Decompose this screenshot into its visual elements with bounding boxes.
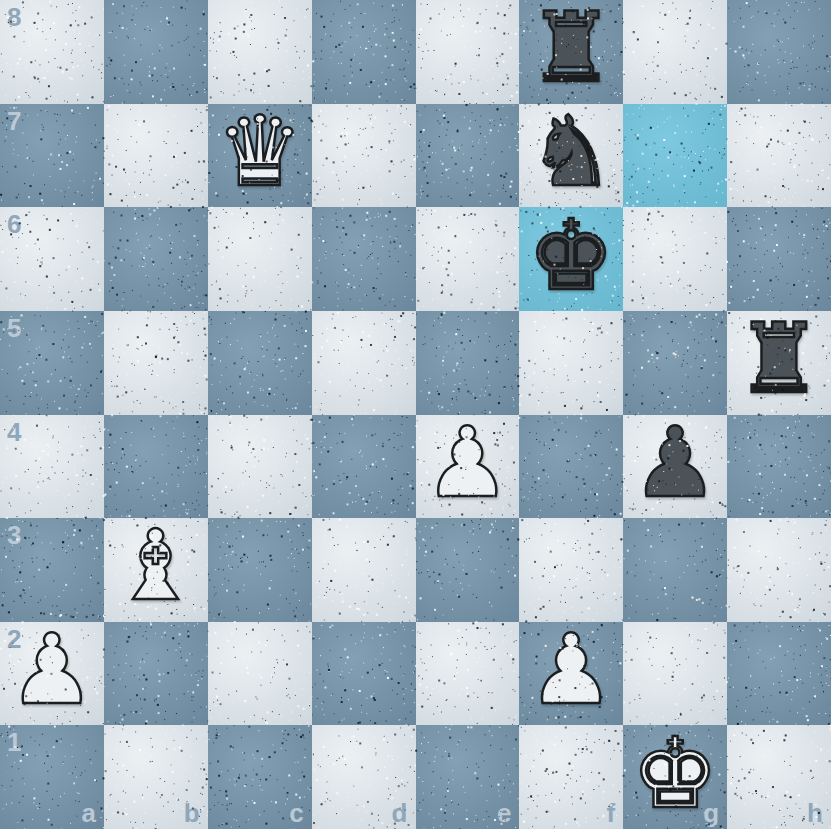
square-g7[interactable] — [623, 104, 727, 208]
rank-label-4: 4 — [7, 419, 21, 445]
square-h5[interactable]: ♜ — [727, 311, 831, 415]
file-label-e: e — [497, 800, 511, 826]
square-a3[interactable]: 3 — [0, 518, 104, 622]
square-b7[interactable] — [104, 104, 208, 208]
square-f3[interactable] — [519, 518, 623, 622]
square-d5[interactable] — [312, 311, 416, 415]
rank-label-2: 2 — [7, 626, 21, 652]
square-c8[interactable] — [208, 0, 312, 104]
file-label-b: b — [184, 800, 200, 826]
file-label-g: g — [703, 800, 719, 826]
square-d6[interactable] — [312, 207, 416, 311]
square-a1[interactable]: 1a — [0, 725, 104, 829]
square-d2[interactable] — [312, 622, 416, 726]
square-b4[interactable] — [104, 415, 208, 519]
square-b5[interactable] — [104, 311, 208, 415]
file-label-d: d — [392, 800, 408, 826]
rank-label-7: 7 — [7, 108, 21, 134]
square-e5[interactable] — [416, 311, 520, 415]
black-rook-piece[interactable]: ♜ — [528, 0, 615, 96]
square-b8[interactable] — [104, 0, 208, 104]
square-g5[interactable] — [623, 311, 727, 415]
file-label-f: f — [607, 800, 616, 826]
square-g6[interactable] — [623, 207, 727, 311]
square-a4[interactable]: 4 — [0, 415, 104, 519]
square-f2[interactable]: ♟ — [519, 622, 623, 726]
square-e1[interactable]: e — [416, 725, 520, 829]
square-a7[interactable]: 7 — [0, 104, 104, 208]
white-queen-piece[interactable]: ♛ — [216, 104, 303, 200]
square-f5[interactable] — [519, 311, 623, 415]
file-label-c: c — [289, 800, 303, 826]
square-g8[interactable] — [623, 0, 727, 104]
black-knight-piece[interactable]: ♞ — [528, 104, 615, 200]
square-e2[interactable] — [416, 622, 520, 726]
square-d1[interactable]: d — [312, 725, 416, 829]
square-a2[interactable]: ♟2 — [0, 622, 104, 726]
square-c4[interactable] — [208, 415, 312, 519]
square-a6[interactable]: 6 — [0, 207, 104, 311]
rank-label-5: 5 — [7, 315, 21, 341]
square-c5[interactable] — [208, 311, 312, 415]
square-h4[interactable] — [727, 415, 831, 519]
square-d4[interactable] — [312, 415, 416, 519]
square-a8[interactable]: 8 — [0, 0, 104, 104]
square-d7[interactable] — [312, 104, 416, 208]
black-pawn-piece[interactable]: ♟ — [632, 415, 719, 511]
square-g1[interactable]: ♚g — [623, 725, 727, 829]
square-b6[interactable] — [104, 207, 208, 311]
square-c1[interactable]: c — [208, 725, 312, 829]
square-a5[interactable]: 5 — [0, 311, 104, 415]
square-h6[interactable] — [727, 207, 831, 311]
square-b2[interactable] — [104, 622, 208, 726]
rank-label-8: 8 — [7, 4, 21, 30]
square-d8[interactable] — [312, 0, 416, 104]
rank-label-1: 1 — [7, 729, 21, 755]
square-e4[interactable]: ♟ — [416, 415, 520, 519]
black-rook-piece[interactable]: ♜ — [736, 311, 823, 407]
square-c3[interactable] — [208, 518, 312, 622]
square-e3[interactable] — [416, 518, 520, 622]
file-label-a: a — [81, 800, 95, 826]
square-g2[interactable] — [623, 622, 727, 726]
chess-board: 8♜7♛♞6♚5♜4♟♟3♝♟2♟1abcdef♚gh — [0, 0, 831, 829]
square-d3[interactable] — [312, 518, 416, 622]
square-g4[interactable]: ♟ — [623, 415, 727, 519]
square-e7[interactable] — [416, 104, 520, 208]
square-e8[interactable] — [416, 0, 520, 104]
rank-label-3: 3 — [7, 522, 21, 548]
square-h1[interactable]: h — [727, 725, 831, 829]
white-bishop-piece[interactable]: ♝ — [112, 518, 199, 614]
square-c2[interactable] — [208, 622, 312, 726]
square-c7[interactable]: ♛ — [208, 104, 312, 208]
square-f8[interactable]: ♜ — [519, 0, 623, 104]
square-f7[interactable]: ♞ — [519, 104, 623, 208]
square-h2[interactable] — [727, 622, 831, 726]
square-h7[interactable] — [727, 104, 831, 208]
square-b1[interactable]: b — [104, 725, 208, 829]
square-g3[interactable] — [623, 518, 727, 622]
square-h3[interactable] — [727, 518, 831, 622]
black-king-piece[interactable]: ♚ — [528, 207, 615, 303]
square-f1[interactable]: f — [519, 725, 623, 829]
file-label-h: h — [807, 800, 823, 826]
square-h8[interactable] — [727, 0, 831, 104]
white-pawn-piece[interactable]: ♟ — [528, 622, 615, 718]
chess-board-wrapper: 8♜7♛♞6♚5♜4♟♟3♝♟2♟1abcdef♚gh — [0, 0, 831, 829]
square-c6[interactable] — [208, 207, 312, 311]
white-pawn-piece[interactable]: ♟ — [424, 415, 511, 511]
square-f6[interactable]: ♚ — [519, 207, 623, 311]
square-f4[interactable] — [519, 415, 623, 519]
rank-label-6: 6 — [7, 211, 21, 237]
white-pawn-piece[interactable]: ♟ — [8, 622, 95, 718]
square-e6[interactable] — [416, 207, 520, 311]
square-b3[interactable]: ♝ — [104, 518, 208, 622]
